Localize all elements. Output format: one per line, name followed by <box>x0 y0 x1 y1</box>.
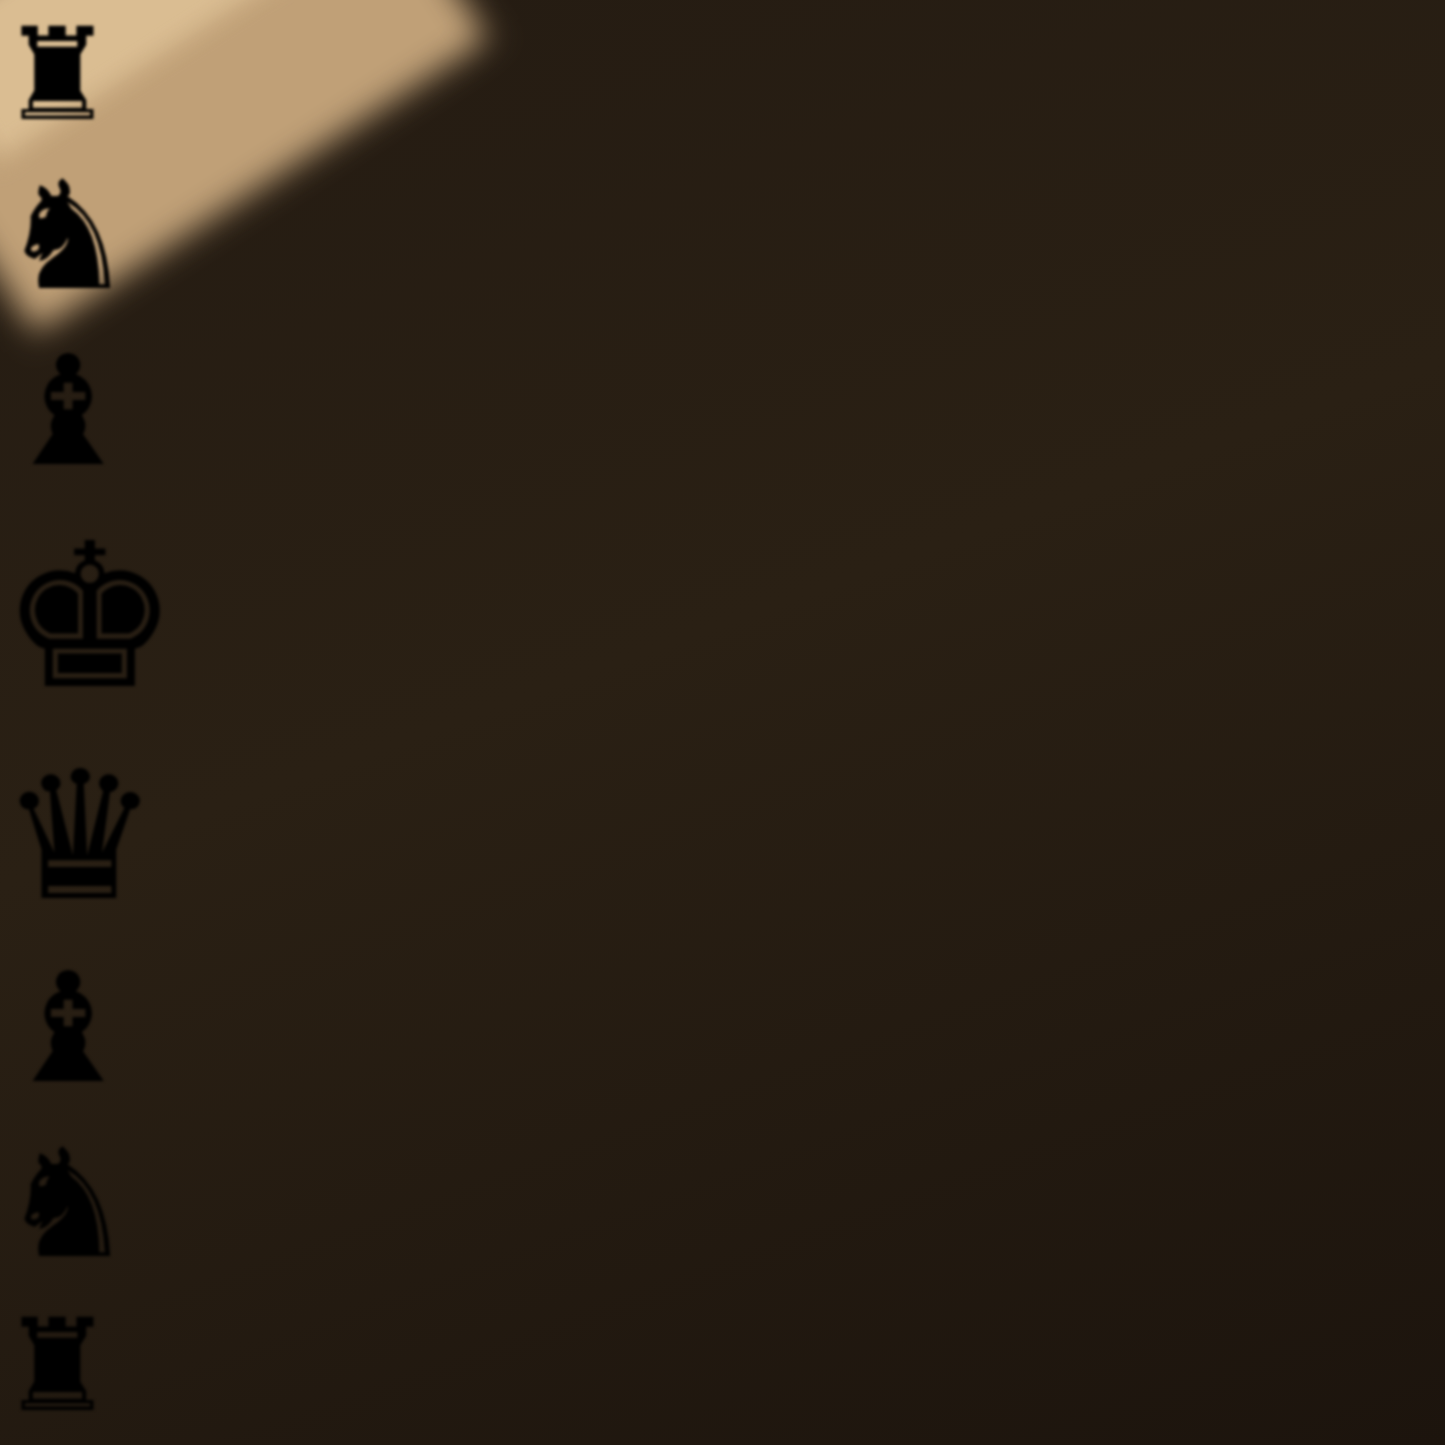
background-room <box>0 0 1445 1445</box>
piece-natural-rook[interactable]: ♜ <box>0 1291 115 1440</box>
piece-natural-knight[interactable]: ♞ <box>0 149 134 323</box>
piece-natural-queen[interactable]: ♛ <box>0 733 160 940</box>
piece-natural-king[interactable]: ♚ <box>0 500 179 733</box>
piece-natural-knight[interactable]: ♞ <box>0 1117 134 1291</box>
photo-stage: ♜♞♝♚♛♝♞♜♟♟♟♟♟♟♟♟♟♟♟♟♟♟♟♟♜♞♝♚♛♝♞♜ <box>0 0 1445 1445</box>
background-base <box>0 0 1445 1445</box>
piece-natural-pawn[interactable]: ♟ <box>0 1440 99 1445</box>
piece-natural-bishop[interactable]: ♝ <box>0 323 136 500</box>
piece-natural-bishop[interactable]: ♝ <box>0 940 136 1117</box>
piece-natural-rook[interactable]: ♜ <box>0 0 115 149</box>
